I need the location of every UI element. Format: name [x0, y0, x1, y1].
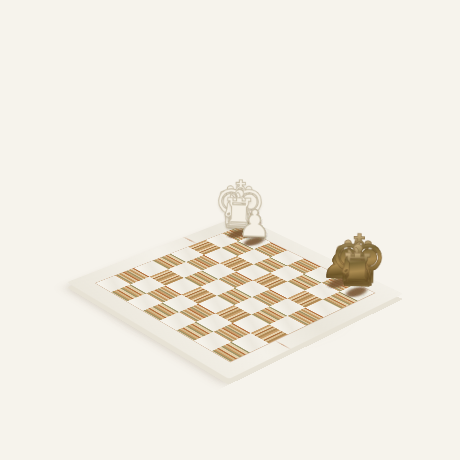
bishop-glyph: ♝ [328, 237, 388, 293]
chess-scene: ♜♞♝♛♚♝♞♜♟♟♟♟♟♟♟♟♟♟♟♟♟♟♟♟♜♞♝♛♚♝♞♜ [0, 0, 460, 460]
product-photo-backdrop: ♜♞♝♛♚♝♞♜♟♟♟♟♟♟♟♟♟♟♟♟♟♟♟♟♜♞♝♛♚♝♞♜ [0, 0, 460, 460]
pieces-layer: ♜♞♝♛♚♝♞♜♟♟♟♟♟♟♟♟♟♟♟♟♟♟♟♟♜♞♝♛♚♝♞♜ [67, 216, 403, 380]
pawn-glyph: ♟ [227, 204, 282, 242]
chess-board: ♜♞♝♛♚♝♞♜♟♟♟♟♟♟♟♟♟♟♟♟♟♟♟♟♜♞♝♛♚♝♞♜ [67, 216, 403, 380]
